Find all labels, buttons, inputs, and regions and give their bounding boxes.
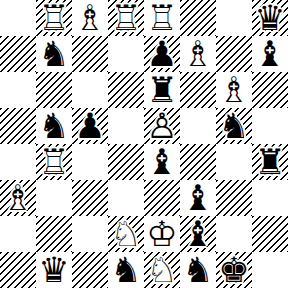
square-g1[interactable]: ♚♚ bbox=[216, 252, 252, 288]
square-g4[interactable] bbox=[216, 144, 252, 180]
square-f6[interactable] bbox=[180, 72, 216, 108]
piece-white-pawn: ♟♙ bbox=[144, 108, 180, 144]
square-d2[interactable]: ♞♘ bbox=[108, 216, 144, 252]
square-d1[interactable]: ♞♞ bbox=[108, 252, 144, 288]
piece-black-pawn: ♟♟ bbox=[72, 108, 108, 144]
piece-black-pawn: ♟♟ bbox=[144, 36, 180, 72]
square-h6[interactable] bbox=[252, 72, 288, 108]
square-d6[interactable] bbox=[108, 72, 144, 108]
piece-face: ♙ bbox=[144, 108, 180, 144]
square-d5[interactable] bbox=[108, 108, 144, 144]
square-a2[interactable] bbox=[0, 216, 36, 252]
square-f3[interactable]: ♝♝ bbox=[180, 180, 216, 216]
piece-face: ♜ bbox=[252, 144, 288, 180]
square-b1[interactable]: ♛♛ bbox=[36, 252, 72, 288]
piece-white-rook: ♜♖ bbox=[108, 0, 144, 36]
square-b2[interactable] bbox=[36, 216, 72, 252]
square-f1[interactable]: ♞♞ bbox=[180, 252, 216, 288]
piece-black-bishop: ♝♝ bbox=[180, 216, 216, 252]
square-c8[interactable]: ♝♗ bbox=[72, 0, 108, 36]
square-c5[interactable]: ♟♟ bbox=[72, 108, 108, 144]
square-d4[interactable] bbox=[108, 144, 144, 180]
square-g2[interactable] bbox=[216, 216, 252, 252]
piece-face: ♘ bbox=[144, 252, 180, 288]
piece-white-bishop: ♝♗ bbox=[180, 36, 216, 72]
square-a7[interactable] bbox=[0, 36, 36, 72]
piece-face: ♗ bbox=[72, 0, 108, 36]
square-e1[interactable]: ♞♘ bbox=[144, 252, 180, 288]
piece-face: ♛ bbox=[252, 0, 288, 36]
piece-face: ♖ bbox=[36, 0, 72, 36]
piece-face: ♖ bbox=[144, 0, 180, 36]
square-c4[interactable] bbox=[72, 144, 108, 180]
piece-face: ♖ bbox=[36, 144, 72, 180]
piece-white-knight: ♞♘ bbox=[108, 216, 144, 252]
square-g3[interactable] bbox=[216, 180, 252, 216]
square-b6[interactable] bbox=[36, 72, 72, 108]
square-a4[interactable] bbox=[0, 144, 36, 180]
piece-white-bishop: ♝♗ bbox=[0, 180, 36, 216]
piece-white-knight: ♞♘ bbox=[144, 252, 180, 288]
square-h2[interactable] bbox=[252, 216, 288, 252]
square-h8[interactable]: ♛♛ bbox=[252, 0, 288, 36]
piece-face: ♘ bbox=[108, 216, 144, 252]
piece-black-knight: ♞♞ bbox=[36, 36, 72, 72]
square-b4[interactable]: ♜♖ bbox=[36, 144, 72, 180]
square-e3[interactable] bbox=[144, 180, 180, 216]
piece-face: ♗ bbox=[0, 180, 36, 216]
square-a1[interactable] bbox=[0, 252, 36, 288]
piece-face: ♗ bbox=[216, 72, 252, 108]
square-g5[interactable]: ♞♞ bbox=[216, 108, 252, 144]
piece-white-rook: ♜♖ bbox=[36, 0, 72, 36]
square-d3[interactable] bbox=[108, 180, 144, 216]
piece-white-rook: ♜♖ bbox=[36, 144, 72, 180]
square-h5[interactable] bbox=[252, 108, 288, 144]
piece-white-king: ♚♔ bbox=[144, 216, 180, 252]
piece-black-knight: ♞♞ bbox=[216, 108, 252, 144]
piece-face: ♟ bbox=[144, 36, 180, 72]
piece-face: ♗ bbox=[180, 36, 216, 72]
chess-board: ♜♖♝♗♜♖♜♖♛♛♞♞♟♟♝♗♝♝♜♜♝♗♞♞♟♟♟♙♞♞♜♖♝♝♜♜♝♗♝♝… bbox=[0, 0, 288, 288]
piece-face: ♞ bbox=[108, 252, 144, 288]
piece-face: ♛ bbox=[36, 252, 72, 288]
piece-black-knight: ♞♞ bbox=[108, 252, 144, 288]
square-g6[interactable]: ♝♗ bbox=[216, 72, 252, 108]
piece-face: ♜ bbox=[144, 72, 180, 108]
square-c2[interactable] bbox=[72, 216, 108, 252]
square-h7[interactable]: ♝♝ bbox=[252, 36, 288, 72]
square-d8[interactable]: ♜♖ bbox=[108, 0, 144, 36]
square-b3[interactable] bbox=[36, 180, 72, 216]
square-h1[interactable] bbox=[252, 252, 288, 288]
piece-face: ♞ bbox=[36, 36, 72, 72]
square-f7[interactable]: ♝♗ bbox=[180, 36, 216, 72]
piece-face: ♞ bbox=[216, 108, 252, 144]
piece-face: ♔ bbox=[144, 216, 180, 252]
piece-black-rook: ♜♜ bbox=[144, 72, 180, 108]
square-e6[interactable]: ♜♜ bbox=[144, 72, 180, 108]
square-e5[interactable]: ♟♙ bbox=[144, 108, 180, 144]
square-f8[interactable] bbox=[180, 0, 216, 36]
square-a6[interactable] bbox=[0, 72, 36, 108]
piece-black-bishop: ♝♝ bbox=[252, 36, 288, 72]
square-a5[interactable] bbox=[0, 108, 36, 144]
piece-black-knight: ♞♞ bbox=[180, 252, 216, 288]
square-a8[interactable] bbox=[0, 0, 36, 36]
square-g8[interactable] bbox=[216, 0, 252, 36]
square-e7[interactable]: ♟♟ bbox=[144, 36, 180, 72]
piece-black-knight: ♞♞ bbox=[36, 108, 72, 144]
piece-black-bishop: ♝♝ bbox=[180, 180, 216, 216]
piece-black-queen: ♛♛ bbox=[36, 252, 72, 288]
piece-face: ♝ bbox=[144, 144, 180, 180]
piece-black-bishop: ♝♝ bbox=[144, 144, 180, 180]
piece-black-queen: ♛♛ bbox=[252, 0, 288, 36]
square-c6[interactable] bbox=[72, 72, 108, 108]
square-c7[interactable] bbox=[72, 36, 108, 72]
piece-face: ♝ bbox=[180, 216, 216, 252]
square-f5[interactable] bbox=[180, 108, 216, 144]
square-b8[interactable]: ♜♖ bbox=[36, 0, 72, 36]
piece-face: ♝ bbox=[180, 180, 216, 216]
piece-face: ♟ bbox=[72, 108, 108, 144]
square-f2[interactable]: ♝♝ bbox=[180, 216, 216, 252]
piece-black-king: ♚♚ bbox=[216, 252, 252, 288]
piece-face: ♚ bbox=[216, 252, 252, 288]
square-d7[interactable] bbox=[108, 36, 144, 72]
piece-face: ♞ bbox=[180, 252, 216, 288]
square-c3[interactable] bbox=[72, 180, 108, 216]
piece-white-bishop: ♝♗ bbox=[72, 0, 108, 36]
piece-black-rook: ♜♜ bbox=[252, 144, 288, 180]
square-e4[interactable]: ♝♝ bbox=[144, 144, 180, 180]
square-a3[interactable]: ♝♗ bbox=[0, 180, 36, 216]
square-c1[interactable] bbox=[72, 252, 108, 288]
square-h4[interactable]: ♜♜ bbox=[252, 144, 288, 180]
piece-face: ♖ bbox=[108, 0, 144, 36]
square-h3[interactable] bbox=[252, 180, 288, 216]
piece-face: ♝ bbox=[252, 36, 288, 72]
square-b7[interactable]: ♞♞ bbox=[36, 36, 72, 72]
piece-white-rook: ♜♖ bbox=[144, 0, 180, 36]
square-f4[interactable] bbox=[180, 144, 216, 180]
square-g7[interactable] bbox=[216, 36, 252, 72]
piece-white-bishop: ♝♗ bbox=[216, 72, 252, 108]
square-e8[interactable]: ♜♖ bbox=[144, 0, 180, 36]
piece-face: ♞ bbox=[36, 108, 72, 144]
square-e2[interactable]: ♚♔ bbox=[144, 216, 180, 252]
square-b5[interactable]: ♞♞ bbox=[36, 108, 72, 144]
